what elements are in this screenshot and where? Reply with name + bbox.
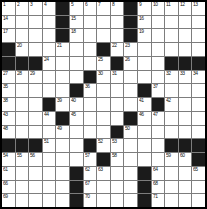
cell-r10c15[interactable] xyxy=(192,126,205,139)
cell-r3c13[interactable] xyxy=(165,29,178,42)
cell-r1c4[interactable]: 4 xyxy=(43,2,56,15)
cell-r4c5[interactable]: 21 xyxy=(56,43,69,56)
clue-number-67: 67 xyxy=(85,181,90,186)
cell-r9c12[interactable]: 47 xyxy=(152,112,165,125)
clue-number-26: 26 xyxy=(125,57,130,62)
cell-r11c12[interactable] xyxy=(152,139,165,152)
cell-r9c7[interactable] xyxy=(84,112,97,125)
cell-r12c10[interactable] xyxy=(124,153,137,166)
cell-r10c6[interactable] xyxy=(70,126,83,139)
clue-number-69: 69 xyxy=(3,194,8,199)
cell-r4c10[interactable]: 23 xyxy=(124,43,137,56)
clue-number-61: 61 xyxy=(3,167,8,172)
black-cell-r14c11 xyxy=(138,181,151,194)
clue-number-32: 32 xyxy=(166,71,171,76)
black-cell-r5c3 xyxy=(29,57,42,70)
clue-number-43: 43 xyxy=(3,112,8,117)
cell-r2c1[interactable]: 14 xyxy=(2,16,15,29)
cell-r8c1[interactable]: 38 xyxy=(2,98,15,111)
cell-r12c6[interactable] xyxy=(70,153,83,166)
clue-number-41: 41 xyxy=(139,98,144,103)
clue-number-60: 60 xyxy=(180,153,185,158)
cell-r9c8[interactable] xyxy=(97,112,110,125)
black-cell-r1c5 xyxy=(56,2,69,15)
black-cell-r9c5 xyxy=(56,112,69,125)
clue-number-70: 70 xyxy=(85,194,90,199)
cell-r15c8[interactable] xyxy=(97,194,110,207)
clue-number-66: 66 xyxy=(3,181,8,186)
cell-r6c6[interactable] xyxy=(70,71,83,84)
cell-r2c6[interactable]: 15 xyxy=(70,16,83,29)
cell-r7c3[interactable] xyxy=(29,84,42,97)
cell-r13c4[interactable] xyxy=(43,167,56,180)
cell-r9c11[interactable]: 46 xyxy=(138,112,151,125)
clue-number-12: 12 xyxy=(180,2,185,7)
black-cell-r5c14 xyxy=(179,57,192,70)
cell-r13c8[interactable]: 63 xyxy=(97,167,110,180)
cell-r14c8[interactable] xyxy=(97,181,110,194)
cell-r1c7[interactable]: 6 xyxy=(84,2,97,15)
cell-r1c11[interactable]: 9 xyxy=(138,2,151,15)
clue-number-38: 38 xyxy=(3,98,8,103)
clue-number-23: 23 xyxy=(125,43,130,48)
cell-r15c5[interactable] xyxy=(56,194,69,207)
black-cell-r10c9 xyxy=(111,126,124,139)
black-cell-r11c14 xyxy=(179,139,192,152)
cell-r10c7[interactable] xyxy=(84,126,97,139)
clue-number-42: 42 xyxy=(166,98,171,103)
cell-r8c8[interactable] xyxy=(97,98,110,111)
cell-r7c10[interactable] xyxy=(124,84,137,97)
cell-r1c14[interactable]: 12 xyxy=(179,2,192,15)
clue-number-39: 39 xyxy=(57,98,62,103)
clue-number-5: 5 xyxy=(71,2,73,7)
clue-number-17: 17 xyxy=(3,29,8,34)
clue-number-9: 9 xyxy=(139,2,141,7)
cell-r1c2[interactable]: 2 xyxy=(16,2,29,15)
cell-r8c7[interactable] xyxy=(84,98,97,111)
cell-r12c13[interactable]: 59 xyxy=(165,153,178,166)
cell-r12c11[interactable] xyxy=(138,153,151,166)
cell-r7c9[interactable] xyxy=(111,84,124,97)
cell-r15c10[interactable] xyxy=(124,194,137,207)
cell-r8c11[interactable]: 41 xyxy=(138,98,151,111)
cell-r14c14[interactable] xyxy=(179,181,192,194)
cell-r14c10[interactable] xyxy=(124,181,137,194)
crossword-grid: 1234567891011121314151617181920212223242… xyxy=(0,0,207,209)
cell-r14c5[interactable] xyxy=(56,181,69,194)
clue-number-29: 29 xyxy=(30,71,35,76)
black-cell-r15c6 xyxy=(70,194,83,207)
cell-r3c8[interactable] xyxy=(97,29,110,42)
clue-number-16: 16 xyxy=(139,16,144,21)
cell-r4c12[interactable] xyxy=(152,43,165,56)
cell-r6c3[interactable]: 29 xyxy=(29,71,42,84)
cell-r13c7[interactable]: 62 xyxy=(84,167,97,180)
cell-r15c15[interactable] xyxy=(192,194,205,207)
cell-r3c15[interactable] xyxy=(192,29,205,42)
clue-number-71: 71 xyxy=(153,194,158,199)
cell-r9c1[interactable]: 43 xyxy=(2,112,15,125)
cell-r13c14[interactable] xyxy=(179,167,192,180)
black-cell-r12c8 xyxy=(97,153,110,166)
clue-number-27: 27 xyxy=(3,71,8,76)
cell-r4c9[interactable]: 22 xyxy=(111,43,124,56)
cell-r6c14[interactable]: 33 xyxy=(179,71,192,84)
clue-number-7: 7 xyxy=(98,2,100,7)
clue-number-58: 58 xyxy=(112,153,117,158)
clue-number-40: 40 xyxy=(71,98,76,103)
cell-r13c2[interactable] xyxy=(16,167,29,180)
cell-r1c13[interactable]: 11 xyxy=(165,2,178,15)
black-cell-r5c15 xyxy=(192,57,205,70)
cell-r10c8[interactable] xyxy=(97,126,110,139)
black-cell-r13c6 xyxy=(70,167,83,180)
cell-r15c4[interactable] xyxy=(43,194,56,207)
cell-r13c10[interactable] xyxy=(124,167,137,180)
cell-r3c1[interactable]: 17 xyxy=(2,29,15,42)
cell-r2c4[interactable] xyxy=(43,16,56,29)
clue-number-21: 21 xyxy=(57,43,62,48)
clue-number-22: 22 xyxy=(112,43,117,48)
cell-r2c2[interactable] xyxy=(16,16,29,29)
clue-number-37: 37 xyxy=(153,84,158,89)
cell-r7c7[interactable]: 36 xyxy=(84,84,97,97)
cell-r8c6[interactable]: 40 xyxy=(70,98,83,111)
black-cell-r14c6 xyxy=(70,181,83,194)
clue-number-11: 11 xyxy=(166,2,170,7)
cell-r15c13[interactable] xyxy=(165,194,178,207)
cell-r6c8[interactable]: 30 xyxy=(97,71,110,84)
cell-r10c11[interactable] xyxy=(138,126,151,139)
cell-r12c12[interactable] xyxy=(152,153,165,166)
cell-r5c6[interactable] xyxy=(70,57,83,70)
clue-number-25: 25 xyxy=(98,57,103,62)
cell-r10c13[interactable] xyxy=(165,126,178,139)
cell-r5c7[interactable] xyxy=(84,57,97,70)
cell-r7c5[interactable] xyxy=(56,84,69,97)
cell-r5c5[interactable] xyxy=(56,57,69,70)
black-cell-r11c3 xyxy=(29,139,42,152)
cell-r6c9[interactable]: 31 xyxy=(111,71,124,84)
cell-r11c9[interactable]: 53 xyxy=(111,139,124,152)
clue-number-1: 1 xyxy=(3,2,5,7)
cell-r12c5[interactable] xyxy=(56,153,69,166)
clue-number-63: 63 xyxy=(98,167,103,172)
cell-r13c9[interactable] xyxy=(111,167,124,180)
cell-r14c13[interactable] xyxy=(165,181,178,194)
clue-number-51: 51 xyxy=(44,139,49,144)
cell-r4c13[interactable] xyxy=(165,43,178,56)
cell-r14c12[interactable]: 68 xyxy=(152,181,165,194)
cell-r4c4[interactable] xyxy=(43,43,56,56)
clue-number-55: 55 xyxy=(17,153,22,158)
clue-number-47: 47 xyxy=(153,112,158,117)
clue-number-18: 18 xyxy=(71,29,76,34)
cell-r3c14[interactable] xyxy=(179,29,192,42)
cell-r5c4[interactable]: 24 xyxy=(43,57,56,70)
cell-r2c8[interactable] xyxy=(97,16,110,29)
cell-r10c5[interactable]: 49 xyxy=(56,126,69,139)
clue-number-33: 33 xyxy=(180,71,185,76)
cell-r7c2[interactable] xyxy=(16,84,29,97)
cell-r6c15[interactable]: 34 xyxy=(192,71,205,84)
cell-r8c14[interactable] xyxy=(179,98,192,111)
cell-r14c2[interactable] xyxy=(16,181,29,194)
cell-r9c15[interactable] xyxy=(192,112,205,125)
cell-r15c14[interactable] xyxy=(179,194,192,207)
cell-r4c6[interactable] xyxy=(70,43,83,56)
clue-number-54: 54 xyxy=(3,153,8,158)
cell-r15c1[interactable]: 69 xyxy=(2,194,15,207)
clue-number-62: 62 xyxy=(85,167,90,172)
black-cell-r11c2 xyxy=(16,139,29,152)
cell-r1c1[interactable]: 1 xyxy=(2,2,15,15)
cell-r6c11[interactable] xyxy=(138,71,151,84)
clue-number-10: 10 xyxy=(153,2,158,7)
black-cell-r11c7 xyxy=(84,139,97,152)
cell-r9c6[interactable]: 45 xyxy=(70,112,83,125)
cell-r5c10[interactable]: 26 xyxy=(124,57,137,70)
cell-r5c12[interactable] xyxy=(152,57,165,70)
cell-r4c2[interactable]: 20 xyxy=(16,43,29,56)
cell-r8c2[interactable] xyxy=(16,98,29,111)
cell-r14c9[interactable] xyxy=(111,181,124,194)
cell-r11c5[interactable] xyxy=(56,139,69,152)
cell-r13c12[interactable]: 64 xyxy=(152,167,165,180)
cell-r4c14[interactable] xyxy=(179,43,192,56)
black-cell-r4c1 xyxy=(2,43,15,56)
cell-r6c4[interactable] xyxy=(43,71,56,84)
clue-number-3: 3 xyxy=(30,2,32,7)
clue-number-20: 20 xyxy=(17,43,22,48)
cell-r12c7[interactable]: 57 xyxy=(84,153,97,166)
clue-number-24: 24 xyxy=(44,57,49,62)
cell-r7c1[interactable]: 35 xyxy=(2,84,15,97)
black-cell-r9c10 xyxy=(124,112,137,125)
clue-number-2: 2 xyxy=(17,2,19,7)
cell-r4c15[interactable] xyxy=(192,43,205,56)
black-cell-r3c10 xyxy=(124,29,137,42)
clue-number-8: 8 xyxy=(112,2,114,7)
clue-number-19: 19 xyxy=(139,29,144,34)
cell-r7c15[interactable] xyxy=(192,84,205,97)
cell-r11c8[interactable]: 52 xyxy=(97,139,110,152)
cell-r6c13[interactable]: 32 xyxy=(165,71,178,84)
cell-r4c7[interactable] xyxy=(84,43,97,56)
cell-r11c4[interactable]: 51 xyxy=(43,139,56,152)
cell-r12c1[interactable]: 54 xyxy=(2,153,15,166)
cell-r10c3[interactable] xyxy=(29,126,42,139)
cell-r2c11[interactable]: 16 xyxy=(138,16,151,29)
cell-r6c1[interactable]: 27 xyxy=(2,71,15,84)
cell-r15c7[interactable]: 70 xyxy=(84,194,97,207)
clue-number-45: 45 xyxy=(71,112,76,117)
cell-r3c7[interactable] xyxy=(84,29,97,42)
cell-r1c15[interactable]: 13 xyxy=(192,2,205,15)
cell-r9c13[interactable] xyxy=(165,112,178,125)
cell-r13c1[interactable]: 61 xyxy=(2,167,15,180)
cell-r7c12[interactable]: 37 xyxy=(152,84,165,97)
cell-r10c14[interactable] xyxy=(179,126,192,139)
cell-r6c10[interactable] xyxy=(124,71,137,84)
cell-r13c5[interactable] xyxy=(56,167,69,180)
cell-r3c6[interactable]: 18 xyxy=(70,29,83,42)
clue-number-28: 28 xyxy=(17,71,22,76)
cell-r11c11[interactable] xyxy=(138,139,151,152)
cell-r9c3[interactable] xyxy=(29,112,42,125)
cell-r10c12[interactable] xyxy=(152,126,165,139)
black-cell-r5c13 xyxy=(165,57,178,70)
clue-number-68: 68 xyxy=(153,181,158,186)
cell-r3c12[interactable] xyxy=(152,29,165,42)
cell-r12c3[interactable]: 56 xyxy=(29,153,42,166)
cell-r13c15[interactable]: 65 xyxy=(192,167,205,180)
clue-number-15: 15 xyxy=(71,16,76,21)
cell-r2c14[interactable] xyxy=(179,16,192,29)
cell-r1c12[interactable]: 10 xyxy=(152,2,165,15)
cell-r3c4[interactable] xyxy=(43,29,56,42)
clue-number-57: 57 xyxy=(85,153,90,158)
cell-r12c4[interactable] xyxy=(43,153,56,166)
cell-r5c8[interactable]: 25 xyxy=(97,57,110,70)
cell-r14c4[interactable] xyxy=(43,181,56,194)
black-cell-r5c1 xyxy=(2,57,15,70)
cell-r11c10[interactable] xyxy=(124,139,137,152)
black-cell-r15c11 xyxy=(138,194,151,207)
black-cell-r4c8 xyxy=(97,43,110,56)
clue-number-48: 48 xyxy=(3,126,8,131)
black-cell-r5c9 xyxy=(111,57,124,70)
black-cell-r11c1 xyxy=(2,139,15,152)
cell-r6c5[interactable] xyxy=(56,71,69,84)
black-cell-r3c5 xyxy=(56,29,69,42)
cell-r13c13[interactable] xyxy=(165,167,178,180)
cell-r12c2[interactable]: 55 xyxy=(16,153,29,166)
clue-number-64: 64 xyxy=(153,167,158,172)
cell-r10c4[interactable] xyxy=(43,126,56,139)
cell-r4c11[interactable] xyxy=(138,43,151,56)
black-cell-r5c2 xyxy=(16,57,29,70)
clue-number-34: 34 xyxy=(193,71,198,76)
cell-r7c13[interactable] xyxy=(165,84,178,97)
cell-r14c7[interactable]: 67 xyxy=(84,181,97,194)
cell-r10c10[interactable]: 50 xyxy=(124,126,137,139)
cell-r11c6[interactable] xyxy=(70,139,83,152)
black-cell-r12c15 xyxy=(192,153,205,166)
black-cell-r2c5 xyxy=(56,16,69,29)
black-cell-r7c11 xyxy=(138,84,151,97)
cell-r6c2[interactable]: 28 xyxy=(16,71,29,84)
cell-r9c9[interactable] xyxy=(111,112,124,125)
cell-r8c15[interactable] xyxy=(192,98,205,111)
cell-r3c3[interactable] xyxy=(29,29,42,42)
clue-number-52: 52 xyxy=(98,139,103,144)
cell-r4c3[interactable] xyxy=(29,43,42,56)
cell-r8c13[interactable]: 42 xyxy=(165,98,178,111)
cell-r2c9[interactable] xyxy=(111,16,124,29)
cell-r8c9[interactable] xyxy=(111,98,124,111)
clue-number-56: 56 xyxy=(30,153,35,158)
clue-number-31: 31 xyxy=(112,71,117,76)
clue-number-49: 49 xyxy=(57,126,62,131)
cell-r2c7[interactable] xyxy=(84,16,97,29)
black-cell-r11c13 xyxy=(165,139,178,152)
black-cell-r2c10 xyxy=(124,16,137,29)
cell-r15c9[interactable] xyxy=(111,194,124,207)
black-cell-r8c12 xyxy=(152,98,165,111)
cell-r6c12[interactable] xyxy=(152,71,165,84)
clue-number-53: 53 xyxy=(112,139,117,144)
cell-r8c10[interactable] xyxy=(124,98,137,111)
cell-r7c8[interactable] xyxy=(97,84,110,97)
cell-r15c3[interactable] xyxy=(29,194,42,207)
clue-number-36: 36 xyxy=(85,84,90,89)
clue-number-35: 35 xyxy=(3,84,8,89)
clue-number-13: 13 xyxy=(193,2,198,7)
cell-r2c13[interactable] xyxy=(165,16,178,29)
cell-r2c15[interactable] xyxy=(192,16,205,29)
cell-r10c2[interactable] xyxy=(16,126,29,139)
black-cell-r6c7 xyxy=(84,71,97,84)
cell-r2c3[interactable] xyxy=(29,16,42,29)
clue-number-30: 30 xyxy=(98,71,103,76)
clue-number-44: 44 xyxy=(44,112,49,117)
cell-r1c6[interactable]: 5 xyxy=(70,2,83,15)
cell-r15c12[interactable]: 71 xyxy=(152,194,165,207)
cell-r1c9[interactable]: 8 xyxy=(111,2,124,15)
cell-r9c4[interactable]: 44 xyxy=(43,112,56,125)
cell-r10c1[interactable]: 48 xyxy=(2,126,15,139)
cell-r1c3[interactable]: 3 xyxy=(29,2,42,15)
clue-number-65: 65 xyxy=(193,167,198,172)
cell-r1c8[interactable]: 7 xyxy=(97,2,110,15)
black-cell-r8c4 xyxy=(43,98,56,111)
clue-number-50: 50 xyxy=(125,126,130,131)
clue-number-46: 46 xyxy=(139,112,144,117)
cell-r14c1[interactable]: 66 xyxy=(2,181,15,194)
cell-r5c11[interactable] xyxy=(138,57,151,70)
cell-r3c9[interactable] xyxy=(111,29,124,42)
cell-r14c15[interactable] xyxy=(192,181,205,194)
black-cell-r1c10 xyxy=(124,2,137,15)
cell-r8c3[interactable] xyxy=(29,98,42,111)
cell-r7c14[interactable] xyxy=(179,84,192,97)
cell-r7c4[interactable] xyxy=(43,84,56,97)
clue-number-14: 14 xyxy=(3,16,8,21)
black-cell-r11c15 xyxy=(192,139,205,152)
cell-r9c2[interactable] xyxy=(16,112,29,125)
black-cell-r13c11 xyxy=(138,167,151,180)
clue-number-4: 4 xyxy=(44,2,46,7)
cell-r13c3[interactable] xyxy=(29,167,42,180)
cell-r3c2[interactable] xyxy=(16,29,29,42)
cell-r15c2[interactable] xyxy=(16,194,29,207)
cell-r14c3[interactable] xyxy=(29,181,42,194)
cell-r9c14[interactable] xyxy=(179,112,192,125)
black-cell-r7c6 xyxy=(70,84,83,97)
cell-r2c12[interactable] xyxy=(152,16,165,29)
cell-r8c5[interactable]: 39 xyxy=(56,98,69,111)
clue-number-59: 59 xyxy=(166,153,171,158)
cell-r12c9[interactable]: 58 xyxy=(111,153,124,166)
clue-number-6: 6 xyxy=(85,2,87,7)
cell-r3c11[interactable]: 19 xyxy=(138,29,151,42)
cell-r12c14[interactable]: 60 xyxy=(179,153,192,166)
